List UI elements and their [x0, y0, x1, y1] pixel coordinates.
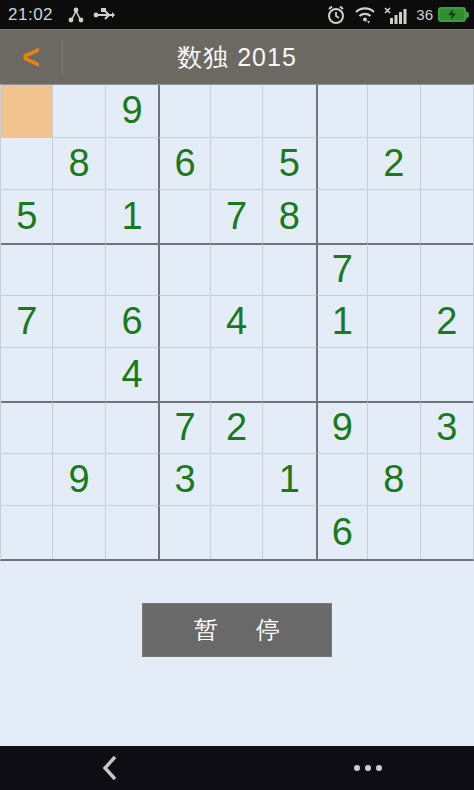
cell-r9c1[interactable] [1, 506, 53, 559]
cell-r1c3[interactable]: 9 [106, 85, 158, 138]
cell-r4c2[interactable] [53, 243, 105, 296]
cell-r2c8[interactable]: 2 [368, 138, 420, 191]
battery-percent: 36 [416, 6, 433, 23]
cell-r3c4[interactable] [158, 190, 210, 243]
cell-r6c5[interactable] [211, 348, 263, 401]
cell-r5c9[interactable]: 2 [421, 296, 473, 349]
cell-r1c8[interactable] [368, 85, 420, 138]
cell-r5c8[interactable] [368, 296, 420, 349]
cell-r6c6[interactable] [263, 348, 315, 401]
cell-r5c2[interactable] [53, 296, 105, 349]
cell-r1c1[interactable] [1, 85, 53, 138]
cell-r2c7[interactable] [316, 138, 368, 191]
header-divider [62, 40, 63, 74]
cell-r3c6[interactable]: 8 [263, 190, 315, 243]
cell-r9c3[interactable] [106, 506, 158, 559]
cell-r8c6[interactable]: 1 [263, 454, 315, 507]
cell-r4c8[interactable] [368, 243, 420, 296]
cell-r8c3[interactable] [106, 454, 158, 507]
cell-r9c9[interactable] [421, 506, 473, 559]
cell-r1c4[interactable] [158, 85, 210, 138]
cell-r1c9[interactable] [421, 85, 473, 138]
cell-r5c6[interactable] [263, 296, 315, 349]
android-nav-bar [0, 746, 474, 790]
cell-r1c6[interactable] [263, 85, 315, 138]
wifi-icon [354, 6, 376, 24]
cell-r2c5[interactable] [211, 138, 263, 191]
menu-dots-icon[interactable] [348, 752, 388, 784]
title-bar: < 数独 2015 [0, 29, 474, 84]
cell-r7c2[interactable] [53, 401, 105, 454]
cell-r3c5[interactable]: 7 [211, 190, 263, 243]
cell-r3c3[interactable]: 1 [106, 190, 158, 243]
cell-r5c3[interactable]: 6 [106, 296, 158, 349]
alarm-icon [326, 5, 346, 25]
status-bar: 21:02 [0, 0, 474, 29]
cell-r7c8[interactable] [368, 401, 420, 454]
cell-r8c8[interactable]: 8 [368, 454, 420, 507]
cell-r5c4[interactable] [158, 296, 210, 349]
cell-r9c4[interactable] [158, 506, 210, 559]
cell-r8c4[interactable]: 3 [158, 454, 210, 507]
cell-r4c1[interactable] [1, 243, 53, 296]
cell-r3c9[interactable] [421, 190, 473, 243]
cell-r9c8[interactable] [368, 506, 420, 559]
cell-r2c4[interactable]: 6 [158, 138, 210, 191]
sudoku-board: 9865251787764124729393186 [0, 84, 474, 561]
pause-button[interactable]: 暂停 [142, 603, 332, 657]
cell-r2c3[interactable] [106, 138, 158, 191]
cell-r6c4[interactable] [158, 348, 210, 401]
page-title: 数独 2015 [0, 41, 474, 74]
cell-r8c2[interactable]: 9 [53, 454, 105, 507]
cell-r9c6[interactable] [263, 506, 315, 559]
cell-r6c2[interactable] [53, 348, 105, 401]
cell-r4c7[interactable]: 7 [316, 243, 368, 296]
cell-r2c1[interactable] [1, 138, 53, 191]
cell-r7c5[interactable]: 2 [211, 401, 263, 454]
usb-icon [93, 7, 115, 23]
cell-r8c5[interactable] [211, 454, 263, 507]
cell-r7c9[interactable]: 3 [421, 401, 473, 454]
cell-r7c4[interactable]: 7 [158, 401, 210, 454]
cell-r2c9[interactable] [421, 138, 473, 191]
cell-r4c3[interactable] [106, 243, 158, 296]
cell-r8c9[interactable] [421, 454, 473, 507]
cell-r4c5[interactable] [211, 243, 263, 296]
cell-r7c6[interactable] [263, 401, 315, 454]
cell-r7c3[interactable] [106, 401, 158, 454]
cell-r3c7[interactable] [316, 190, 368, 243]
cell-r6c7[interactable] [316, 348, 368, 401]
cell-r2c2[interactable]: 8 [53, 138, 105, 191]
cell-r7c1[interactable] [1, 401, 53, 454]
cell-r5c7[interactable]: 1 [316, 296, 368, 349]
cell-r3c1[interactable]: 5 [1, 190, 53, 243]
cell-r4c4[interactable] [158, 243, 210, 296]
cell-r1c5[interactable] [211, 85, 263, 138]
pause-row: 暂停 [0, 603, 474, 657]
battery-icon [438, 7, 466, 22]
cell-r5c1[interactable]: 7 [1, 296, 53, 349]
cell-r6c1[interactable] [1, 348, 53, 401]
clock-time: 21:02 [8, 5, 53, 25]
cell-r6c3[interactable]: 4 [106, 348, 158, 401]
signal-strength-icon [384, 6, 408, 24]
cell-r7c7[interactable]: 9 [316, 401, 368, 454]
cell-r9c5[interactable] [211, 506, 263, 559]
cell-r9c7[interactable]: 6 [316, 506, 368, 559]
back-button[interactable]: < [0, 26, 62, 88]
cell-r8c7[interactable] [316, 454, 368, 507]
cell-r4c9[interactable] [421, 243, 473, 296]
cell-r1c2[interactable] [53, 85, 105, 138]
app-screen: 21:02 [0, 0, 474, 790]
cell-r3c2[interactable] [53, 190, 105, 243]
cell-r1c7[interactable] [316, 85, 368, 138]
cell-r6c9[interactable] [421, 348, 473, 401]
cell-r8c1[interactable] [1, 454, 53, 507]
cell-r9c2[interactable] [53, 506, 105, 559]
back-icon[interactable] [94, 752, 126, 784]
cell-r4c6[interactable] [263, 243, 315, 296]
cell-r6c8[interactable] [368, 348, 420, 401]
content-area: 9865251787764124729393186 暂停 [0, 84, 474, 746]
share-icon [67, 6, 85, 24]
cell-r5c5[interactable]: 4 [211, 296, 263, 349]
cell-r2c6[interactable]: 5 [263, 138, 315, 191]
cell-r3c8[interactable] [368, 190, 420, 243]
